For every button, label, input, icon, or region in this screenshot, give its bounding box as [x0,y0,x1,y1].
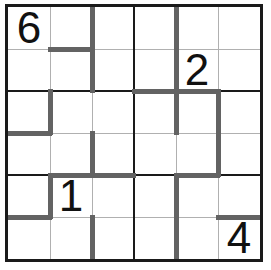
cell-r3c4[interactable] [176,133,218,175]
puzzle-board: 6214 [5,4,263,262]
cell-r4c2[interactable] [92,175,134,217]
cell-r5c1[interactable] [50,217,92,259]
cell-r1c4: 2 [176,49,218,91]
cell-r2c0[interactable] [8,91,50,133]
cell-r0c5[interactable] [218,7,260,49]
cell-r1c2[interactable] [92,49,134,91]
cell-r2c1[interactable] [50,91,92,133]
cell-r4c5[interactable] [218,175,260,217]
cell-r5c5: 4 [218,217,260,259]
cell-r1c1[interactable] [50,49,92,91]
cell-r0c0: 6 [8,7,50,49]
cell-r0c1[interactable] [50,7,92,49]
cell-r2c3[interactable] [134,91,176,133]
cell-r2c5[interactable] [218,91,260,133]
cell-r5c3[interactable] [134,217,176,259]
cell-r3c1[interactable] [50,133,92,175]
cell-r0c2[interactable] [92,7,134,49]
cell-r4c4[interactable] [176,175,218,217]
cell-r5c0[interactable] [8,217,50,259]
cell-r5c4[interactable] [176,217,218,259]
cell-r4c0[interactable] [8,175,50,217]
puzzle-page: 6214 [0,0,271,270]
cell-r2c4[interactable] [176,91,218,133]
cell-r3c5[interactable] [218,133,260,175]
cell-r5c2[interactable] [92,217,134,259]
cell-r1c5[interactable] [218,49,260,91]
cell-r1c0[interactable] [8,49,50,91]
cell-r4c1: 1 [50,175,92,217]
cell-r3c3[interactable] [134,133,176,175]
cell-r4c3[interactable] [134,175,176,217]
cell-r0c3[interactable] [134,7,176,49]
cell-r3c0[interactable] [8,133,50,175]
cell-r0c4[interactable] [176,7,218,49]
cell-r2c2[interactable] [92,91,134,133]
cell-r3c2[interactable] [92,133,134,175]
cell-r1c3[interactable] [134,49,176,91]
